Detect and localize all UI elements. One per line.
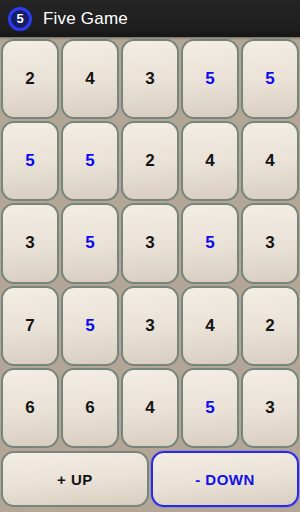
tile-r4c4[interactable]: 4 [181, 286, 239, 366]
tile-r2c2[interactable]: 5 [61, 121, 119, 201]
title-bar: 5 Five Game [0, 0, 300, 37]
button-row: + UP - DOWN [0, 450, 300, 508]
tile-r1c1[interactable]: 2 [1, 39, 59, 119]
tile-r1c4[interactable]: 5 [181, 39, 239, 119]
tile-r4c1[interactable]: 7 [1, 286, 59, 366]
tile-r2c5[interactable]: 4 [241, 121, 299, 201]
tile-r5c1[interactable]: 6 [1, 368, 59, 448]
app-window: 5 Five Game 2 4 3 5 5 5 5 2 4 4 3 5 3 5 … [0, 0, 300, 512]
tile-r5c3[interactable]: 4 [121, 368, 179, 448]
up-button[interactable]: + UP [1, 451, 149, 507]
tile-r3c1[interactable]: 3 [1, 203, 59, 283]
tile-r5c5[interactable]: 3 [241, 368, 299, 448]
app-icon: 5 [8, 7, 32, 31]
tile-r3c4[interactable]: 5 [181, 203, 239, 283]
tile-r5c4[interactable]: 5 [181, 368, 239, 448]
tile-r1c2[interactable]: 4 [61, 39, 119, 119]
tile-r4c3[interactable]: 3 [121, 286, 179, 366]
tile-r3c2[interactable]: 5 [61, 203, 119, 283]
tile-r4c5[interactable]: 2 [241, 286, 299, 366]
game-board: 2 4 3 5 5 5 5 2 4 4 3 5 3 5 3 7 5 3 4 2 … [0, 37, 300, 449]
tile-r5c2[interactable]: 6 [61, 368, 119, 448]
tile-r3c3[interactable]: 3 [121, 203, 179, 283]
tile-r3c5[interactable]: 3 [241, 203, 299, 283]
tile-r2c1[interactable]: 5 [1, 121, 59, 201]
tile-r1c5[interactable]: 5 [241, 39, 299, 119]
down-button[interactable]: - DOWN [151, 451, 299, 507]
tile-r4c2[interactable]: 5 [61, 286, 119, 366]
tile-r1c3[interactable]: 3 [121, 39, 179, 119]
app-icon-glyph: 5 [16, 12, 23, 25]
page-title: Five Game [43, 9, 128, 29]
tile-r2c4[interactable]: 4 [181, 121, 239, 201]
tile-r2c3[interactable]: 2 [121, 121, 179, 201]
